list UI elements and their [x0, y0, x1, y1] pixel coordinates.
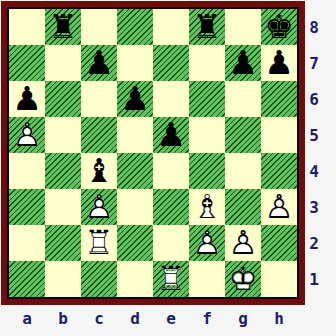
square-b4[interactable] [45, 153, 81, 189]
square-a6[interactable]: ♟ [9, 81, 45, 117]
chess-board-inner-border: ♜♜♚♟♟♟♟♟♟♙♟♝♟♙♝♗♟♙♜♖♟♙♟♙♜♖♚♔ [7, 7, 299, 299]
black-piece-glyph: ♜ [48, 9, 78, 45]
black-piece-glyph: ♟ [84, 45, 114, 81]
white-piece-outline: ♙ [192, 225, 222, 261]
square-d6[interactable]: ♟ [117, 81, 153, 117]
square-d7[interactable] [117, 45, 153, 81]
black-piece-glyph: ♟ [120, 81, 150, 117]
rank-label-4: 4 [303, 153, 325, 189]
square-c3[interactable]: ♟♙ [81, 189, 117, 225]
black-piece-glyph: ♟ [156, 117, 186, 153]
square-c2[interactable]: ♜♖ [81, 225, 117, 261]
square-g6[interactable] [225, 81, 261, 117]
file-label-a: a [9, 309, 45, 328]
white-piece-outline: ♗ [192, 189, 222, 225]
rank-label-2: 2 [303, 225, 325, 261]
square-f4[interactable] [189, 153, 225, 189]
file-label-f: f [189, 309, 225, 328]
square-g1[interactable]: ♚♔ [225, 261, 261, 297]
square-h3[interactable]: ♟♙ [261, 189, 297, 225]
square-a3[interactable] [9, 189, 45, 225]
white-rook-e1[interactable]: ♜♖ [156, 261, 186, 297]
file-label-b: b [45, 309, 81, 328]
black-piece-glyph: ♟ [264, 45, 294, 81]
file-label-h: h [261, 309, 297, 328]
white-pawn-g2[interactable]: ♟♙ [228, 225, 258, 261]
rank-label-8: 8 [303, 9, 325, 45]
square-b5[interactable] [45, 117, 81, 153]
square-h4[interactable] [261, 153, 297, 189]
square-b8[interactable]: ♜ [45, 9, 81, 45]
white-piece-outline: ♖ [156, 261, 186, 297]
black-rook-b8[interactable]: ♜ [48, 9, 78, 45]
square-c1[interactable] [81, 261, 117, 297]
black-pawn-a6[interactable]: ♟ [12, 81, 42, 117]
square-d5[interactable] [117, 117, 153, 153]
square-g7[interactable]: ♟ [225, 45, 261, 81]
file-labels-row: abcdefgh [9, 309, 297, 328]
square-e4[interactable] [153, 153, 189, 189]
square-e8[interactable] [153, 9, 189, 45]
file-label-c: c [81, 309, 117, 328]
white-king-g1[interactable]: ♚♔ [228, 261, 258, 297]
chess-board-frame: ♜♜♚♟♟♟♟♟♟♙♟♝♟♙♝♗♟♙♜♖♟♙♟♙♜♖♚♔ [1, 1, 305, 305]
square-d2[interactable] [117, 225, 153, 261]
black-piece-glyph: ♟ [12, 81, 42, 117]
rank-label-1: 1 [303, 261, 325, 297]
square-h1[interactable] [261, 261, 297, 297]
square-f2[interactable]: ♟♙ [189, 225, 225, 261]
square-e5[interactable]: ♟ [153, 117, 189, 153]
black-pawn-d6[interactable]: ♟ [120, 81, 150, 117]
square-c8[interactable] [81, 9, 117, 45]
white-bishop-f3[interactable]: ♝♗ [192, 189, 222, 225]
black-pawn-g7[interactable]: ♟ [228, 45, 258, 81]
black-king-h8[interactable]: ♚ [264, 9, 294, 45]
square-b3[interactable] [45, 189, 81, 225]
square-c6[interactable] [81, 81, 117, 117]
square-e6[interactable] [153, 81, 189, 117]
white-piece-outline: ♙ [264, 189, 294, 225]
square-h6[interactable] [261, 81, 297, 117]
white-piece-outline: ♙ [84, 189, 114, 225]
black-pawn-h7[interactable]: ♟ [264, 45, 294, 81]
square-e7[interactable] [153, 45, 189, 81]
white-rook-c2[interactable]: ♜♖ [84, 225, 114, 261]
file-label-d: d [117, 309, 153, 328]
black-piece-glyph: ♝ [84, 153, 114, 189]
white-pawn-c3[interactable]: ♟♙ [84, 189, 114, 225]
black-rook-f8[interactable]: ♜ [192, 9, 222, 45]
white-piece-outline: ♖ [84, 225, 114, 261]
white-pawn-f2[interactable]: ♟♙ [192, 225, 222, 261]
chess-board: ♜♜♚♟♟♟♟♟♟♙♟♝♟♙♝♗♟♙♜♖♟♙♟♙♜♖♚♔ [9, 9, 297, 297]
black-piece-glyph: ♟ [228, 45, 258, 81]
square-e1[interactable]: ♜♖ [153, 261, 189, 297]
square-a2[interactable] [9, 225, 45, 261]
square-g2[interactable]: ♟♙ [225, 225, 261, 261]
black-pawn-e5[interactable]: ♟ [156, 117, 186, 153]
square-e2[interactable] [153, 225, 189, 261]
rank-label-5: 5 [303, 117, 325, 153]
square-f5[interactable] [189, 117, 225, 153]
square-b2[interactable] [45, 225, 81, 261]
square-a1[interactable] [9, 261, 45, 297]
square-h8[interactable]: ♚ [261, 9, 297, 45]
square-h2[interactable] [261, 225, 297, 261]
square-f1[interactable] [189, 261, 225, 297]
square-g8[interactable] [225, 9, 261, 45]
square-h7[interactable]: ♟ [261, 45, 297, 81]
black-pawn-c7[interactable]: ♟ [84, 45, 114, 81]
square-c5[interactable] [81, 117, 117, 153]
square-g4[interactable] [225, 153, 261, 189]
square-d1[interactable] [117, 261, 153, 297]
square-e3[interactable] [153, 189, 189, 225]
black-piece-glyph: ♜ [192, 9, 222, 45]
square-a4[interactable] [9, 153, 45, 189]
black-bishop-c4[interactable]: ♝ [84, 153, 114, 189]
square-g3[interactable] [225, 189, 261, 225]
rank-label-3: 3 [303, 189, 325, 225]
white-pawn-h3[interactable]: ♟♙ [264, 189, 294, 225]
white-piece-outline: ♔ [228, 261, 258, 297]
rank-label-7: 7 [303, 45, 325, 81]
square-a7[interactable] [9, 45, 45, 81]
square-d3[interactable] [117, 189, 153, 225]
square-d8[interactable] [117, 9, 153, 45]
square-b1[interactable] [45, 261, 81, 297]
rank-label-6: 6 [303, 81, 325, 117]
file-label-e: e [153, 309, 189, 328]
square-b6[interactable] [45, 81, 81, 117]
file-label-g: g [225, 309, 261, 328]
square-a8[interactable] [9, 9, 45, 45]
white-piece-outline: ♙ [12, 117, 42, 153]
black-piece-glyph: ♚ [264, 9, 294, 45]
square-f6[interactable] [189, 81, 225, 117]
square-d4[interactable] [117, 153, 153, 189]
square-f3[interactable]: ♝♗ [189, 189, 225, 225]
square-f7[interactable] [189, 45, 225, 81]
square-f8[interactable]: ♜ [189, 9, 225, 45]
square-h5[interactable] [261, 117, 297, 153]
square-g5[interactable] [225, 117, 261, 153]
square-b7[interactable] [45, 45, 81, 81]
square-c7[interactable]: ♟ [81, 45, 117, 81]
square-c4[interactable]: ♝ [81, 153, 117, 189]
square-a5[interactable]: ♟♙ [9, 117, 45, 153]
white-piece-outline: ♙ [228, 225, 258, 261]
rank-labels-column: 87654321 [303, 9, 325, 297]
white-pawn-a5[interactable]: ♟♙ [12, 117, 42, 153]
